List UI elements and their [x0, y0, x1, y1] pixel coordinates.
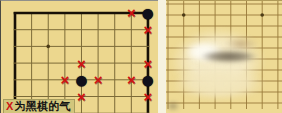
- left-board-gridlines: [1, 1, 158, 113]
- panel-gap: [158, 0, 166, 113]
- liberties-diagram-panel: ×●××××●××●×× X为黑棋的气: [0, 0, 158, 113]
- right-board-gridlines: [166, 1, 282, 113]
- caption-text: 为黑棋的气: [15, 100, 71, 113]
- caption-strip: X为黑棋的气: [3, 99, 75, 113]
- right-board-panel: [166, 0, 282, 113]
- go-liberties-lesson-screenshot: ×●××××●××●×× X为黑棋的气: [0, 0, 282, 113]
- caption-x-symbol: X: [6, 100, 14, 113]
